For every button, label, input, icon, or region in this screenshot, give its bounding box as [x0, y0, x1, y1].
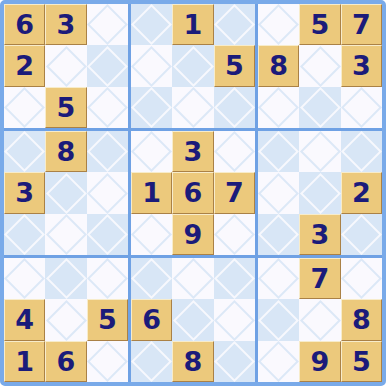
diamond-ornament	[300, 87, 341, 128]
cell-r4c1[interactable]	[4, 131, 45, 172]
given-digit: 7	[225, 179, 244, 206]
diamond-ornament	[131, 87, 172, 128]
given-digit: 6	[57, 348, 76, 375]
cell-r9c5: 8	[172, 341, 213, 382]
cell-r9c6[interactable]	[214, 341, 255, 382]
diamond-ornament	[341, 258, 382, 299]
diamond-ornament	[300, 46, 341, 87]
given-digit: 2	[15, 52, 34, 79]
given-digit: 6	[184, 179, 203, 206]
cell-r3c3[interactable]	[87, 87, 128, 128]
diamond-ornament	[258, 258, 299, 299]
cell-r8c1: 4	[4, 299, 45, 340]
given-digit: 1	[142, 179, 161, 206]
cell-r9c2: 6	[45, 341, 86, 382]
cell-r9c7[interactable]	[258, 341, 299, 382]
given-digit: 1	[184, 11, 203, 38]
cell-r4c6[interactable]	[214, 131, 255, 172]
diamond-ornament	[258, 300, 299, 341]
diamond-ornament	[87, 341, 128, 382]
cell-r2c1: 2	[4, 45, 45, 86]
cell-r3c6[interactable]	[214, 87, 255, 128]
diamond-ornament	[87, 214, 128, 255]
diamond-ornament	[214, 300, 255, 341]
cell-r7c9[interactable]	[341, 258, 382, 299]
sudoku-box-4: 83	[4, 131, 128, 255]
given-digit: 7	[352, 11, 371, 38]
diamond-ornament	[173, 87, 214, 128]
cell-r5c6: 7	[214, 172, 255, 213]
cell-r4c8[interactable]	[299, 131, 340, 172]
cell-r5c5: 6	[172, 172, 213, 213]
cell-r5c9: 2	[341, 172, 382, 213]
given-digit: 5	[352, 348, 371, 375]
cell-r9c4[interactable]	[131, 341, 172, 382]
cell-r5c2[interactable]	[45, 172, 86, 213]
cell-r1c3[interactable]	[87, 4, 128, 45]
cell-r3c4[interactable]	[131, 87, 172, 128]
cell-r1c2: 3	[45, 4, 86, 45]
cell-r4c9[interactable]	[341, 131, 382, 172]
cell-r5c1: 3	[4, 172, 45, 213]
diamond-ornament	[87, 46, 128, 87]
diamond-ornament	[214, 214, 255, 255]
cell-r1c6[interactable]	[214, 4, 255, 45]
diamond-ornament	[341, 87, 382, 128]
cell-r7c8: 7	[299, 258, 340, 299]
cell-r5c7[interactable]	[258, 172, 299, 213]
sudoku-box-3: 5783	[258, 4, 382, 128]
diamond-ornament	[46, 300, 87, 341]
cell-r3c5[interactable]	[172, 87, 213, 128]
diamond-ornament	[4, 131, 45, 172]
given-digit: 4	[15, 306, 34, 333]
cell-r7c3[interactable]	[87, 258, 128, 299]
given-digit: 6	[15, 11, 34, 38]
given-digit: 5	[98, 306, 117, 333]
cell-r3c9[interactable]	[341, 87, 382, 128]
diamond-ornament	[131, 4, 172, 45]
diamond-ornament	[4, 214, 45, 255]
given-digit: 8	[269, 52, 288, 79]
cell-r8c2[interactable]	[45, 299, 86, 340]
cell-r8c4: 6	[131, 299, 172, 340]
cell-r6c3[interactable]	[87, 214, 128, 255]
cell-r4c3[interactable]	[87, 131, 128, 172]
cell-r1c5: 1	[172, 4, 213, 45]
given-digit: 5	[311, 11, 330, 38]
diamond-ornament	[46, 173, 87, 214]
cell-r4c5: 3	[172, 131, 213, 172]
cell-r6c6[interactable]	[214, 214, 255, 255]
cell-r6c5: 9	[172, 214, 213, 255]
diamond-ornament	[131, 341, 172, 382]
cell-r4c7[interactable]	[258, 131, 299, 172]
diamond-ornament	[258, 214, 299, 255]
diamond-ornament	[131, 214, 172, 255]
cell-r5c8[interactable]	[299, 172, 340, 213]
cell-r7c5[interactable]	[172, 258, 213, 299]
cell-r2c4[interactable]	[131, 45, 172, 86]
given-digit: 6	[142, 306, 161, 333]
diamond-ornament	[131, 258, 172, 299]
cell-r8c3: 5	[87, 299, 128, 340]
diamond-ornament	[131, 131, 172, 172]
cell-r7c2[interactable]	[45, 258, 86, 299]
given-digit: 1	[15, 348, 34, 375]
given-digit: 3	[311, 221, 330, 248]
diamond-ornament	[4, 258, 45, 299]
diamond-ornament	[258, 341, 299, 382]
diamond-ornament	[173, 300, 214, 341]
sudoku-box-2: 15	[131, 4, 255, 128]
given-digit: 5	[225, 52, 244, 79]
cell-r9c3[interactable]	[87, 341, 128, 382]
cell-r1c8: 5	[299, 4, 340, 45]
given-digit: 9	[311, 348, 330, 375]
diamond-ornament	[87, 87, 128, 128]
diamond-ornament	[46, 258, 87, 299]
sudoku-board: 63251557838331679234516687895	[0, 0, 386, 386]
diamond-ornament	[4, 87, 45, 128]
diamond-ornament	[46, 46, 87, 87]
cell-r7c6[interactable]	[214, 258, 255, 299]
cell-r4c2: 8	[45, 131, 86, 172]
diamond-ornament	[87, 258, 128, 299]
cell-r7c7[interactable]	[258, 258, 299, 299]
cell-r1c7[interactable]	[258, 4, 299, 45]
diamond-ornament	[258, 87, 299, 128]
diamond-ornament	[258, 4, 299, 45]
cell-r5c4: 1	[131, 172, 172, 213]
sudoku-box-5: 31679	[131, 131, 255, 255]
cell-r2c7: 8	[258, 45, 299, 86]
given-digit: 3	[184, 138, 203, 165]
diamond-ornament	[214, 87, 255, 128]
diamond-ornament	[214, 341, 255, 382]
given-digit: 3	[57, 11, 76, 38]
diamond-ornament	[173, 46, 214, 87]
cell-r3c1[interactable]	[4, 87, 45, 128]
diamond-ornament	[258, 131, 299, 172]
cell-r6c2[interactable]	[45, 214, 86, 255]
given-digit: 3	[352, 52, 371, 79]
diamond-ornament	[300, 300, 341, 341]
cell-r9c1: 1	[4, 341, 45, 382]
diamond-ornament	[341, 131, 382, 172]
diamond-ornament	[173, 258, 214, 299]
cell-r6c4[interactable]	[131, 214, 172, 255]
cell-r1c4[interactable]	[131, 4, 172, 45]
cell-r2c6: 5	[214, 45, 255, 86]
diamond-ornament	[87, 131, 128, 172]
diamond-ornament	[87, 4, 128, 45]
cell-r6c1[interactable]	[4, 214, 45, 255]
diamond-ornament	[214, 4, 255, 45]
sudoku-box-8: 68	[131, 258, 255, 382]
diamond-ornament	[87, 173, 128, 214]
diamond-ornament	[300, 131, 341, 172]
cell-r2c3[interactable]	[87, 45, 128, 86]
cell-r9c9: 5	[341, 341, 382, 382]
cell-r3c2: 5	[45, 87, 86, 128]
sudoku-box-1: 6325	[4, 4, 128, 128]
diamond-ornament	[131, 46, 172, 87]
cell-r8c7[interactable]	[258, 299, 299, 340]
cell-r8c6[interactable]	[214, 299, 255, 340]
diamond-ornament	[46, 214, 87, 255]
cell-r5c3[interactable]	[87, 172, 128, 213]
cell-r7c1[interactable]	[4, 258, 45, 299]
cell-r2c5[interactable]	[172, 45, 213, 86]
diamond-ornament	[214, 258, 255, 299]
given-digit: 8	[352, 306, 371, 333]
diamond-ornament	[258, 173, 299, 214]
given-digit: 9	[184, 221, 203, 248]
sudoku-box-7: 4516	[4, 258, 128, 382]
cell-r1c9: 7	[341, 4, 382, 45]
diamond-ornament	[214, 131, 255, 172]
cell-r2c2[interactable]	[45, 45, 86, 86]
cell-r6c7[interactable]	[258, 214, 299, 255]
sudoku-box-9: 7895	[258, 258, 382, 382]
given-digit: 7	[311, 265, 330, 292]
cell-r6c9[interactable]	[341, 214, 382, 255]
given-digit: 8	[184, 348, 203, 375]
given-digit: 2	[352, 179, 371, 206]
cell-r8c8[interactable]	[299, 299, 340, 340]
diamond-ornament	[341, 214, 382, 255]
diamond-ornament	[300, 173, 341, 214]
cell-r3c8[interactable]	[299, 87, 340, 128]
cell-r1c1: 6	[4, 4, 45, 45]
cell-r8c9: 8	[341, 299, 382, 340]
cell-r9c8: 9	[299, 341, 340, 382]
cell-r3c7[interactable]	[258, 87, 299, 128]
cell-r7c4[interactable]	[131, 258, 172, 299]
given-digit: 3	[15, 179, 34, 206]
cell-r8c5[interactable]	[172, 299, 213, 340]
given-digit: 5	[57, 94, 76, 121]
given-digit: 8	[57, 138, 76, 165]
cell-r2c8[interactable]	[299, 45, 340, 86]
cell-r4c4[interactable]	[131, 131, 172, 172]
cell-r2c9: 3	[341, 45, 382, 86]
cell-r6c8: 3	[299, 214, 340, 255]
sudoku-box-6: 23	[258, 131, 382, 255]
